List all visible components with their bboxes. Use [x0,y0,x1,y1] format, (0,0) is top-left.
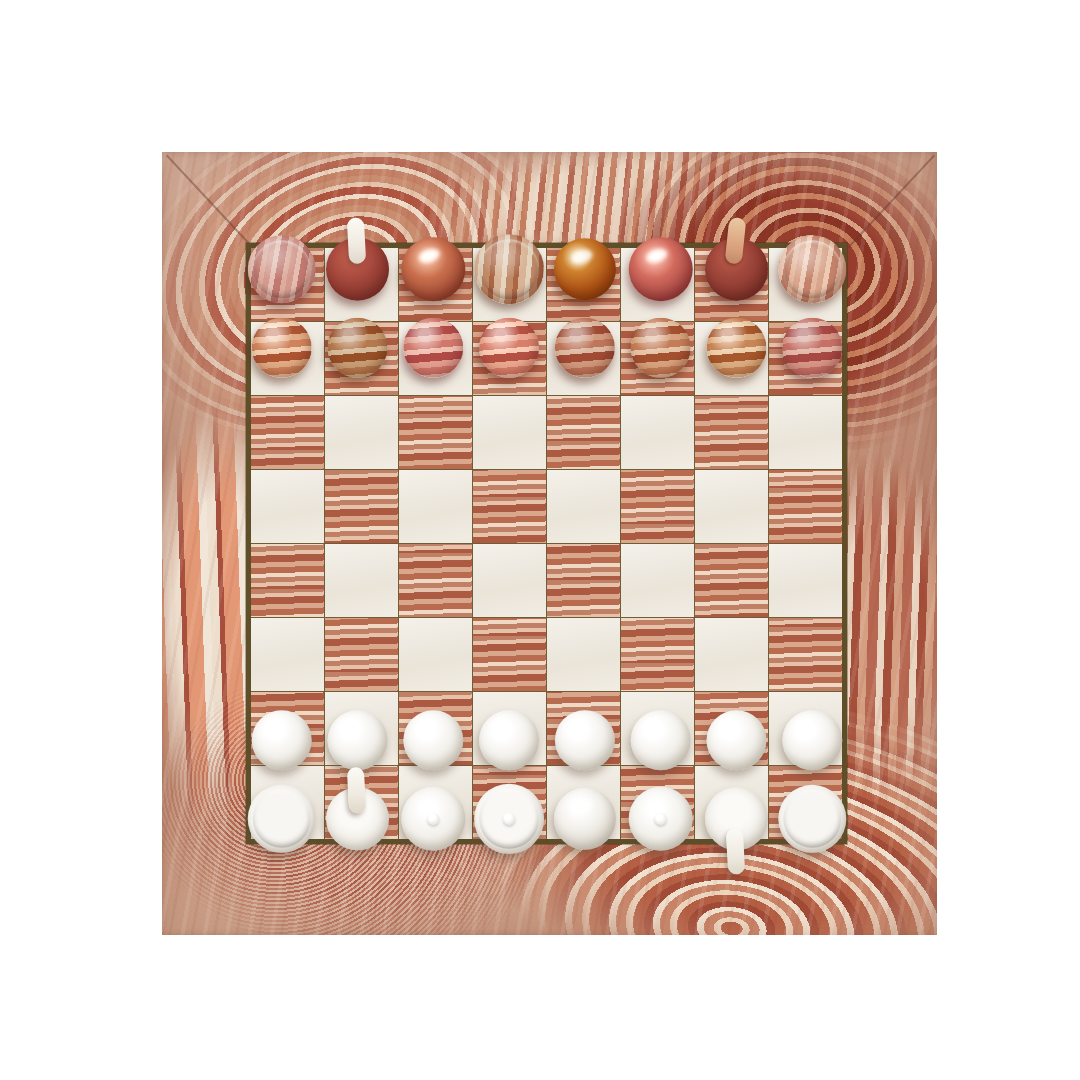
square-e3[interactable] [547,618,620,691]
square-h4[interactable] [769,544,842,617]
square-b8[interactable] [325,248,398,321]
square-a5[interactable] [251,470,324,543]
piece-gloss [569,797,594,816]
piece-knight-head [726,827,745,874]
square-c3[interactable] [399,618,472,691]
piece-knight-head [347,217,366,264]
square-f4[interactable] [621,544,694,617]
piece-gloss [417,246,442,265]
square-g8[interactable] [695,248,768,321]
piece-red-knight-g8[interactable] [705,237,768,300]
square-d1[interactable] [473,766,546,839]
piece-ring [479,239,539,299]
square-c4[interactable] [399,544,472,617]
piece-white-pawn-g2[interactable] [706,710,766,770]
piece-gloss [645,246,670,265]
square-d5[interactable] [473,470,546,543]
piece-red-pawn-g7[interactable] [706,317,766,377]
piece-white-pawn-b2[interactable] [327,710,387,770]
square-h3[interactable] [769,618,842,691]
piece-tip [427,812,439,824]
square-c1[interactable] [399,766,472,839]
square-b4[interactable] [325,544,398,617]
square-d8[interactable] [473,248,546,321]
square-b5[interactable] [325,470,398,543]
miter-seam [848,155,935,249]
piece-white-bishop-c1[interactable] [401,786,465,850]
square-f2[interactable] [621,692,694,765]
square-c7[interactable] [399,322,472,395]
piece-white-rook-h1[interactable] [778,784,846,852]
square-e7[interactable] [547,322,620,395]
square-f6[interactable] [621,396,694,469]
piece-white-pawn-f2[interactable] [630,710,690,770]
square-d7[interactable] [473,322,546,395]
piece-white-knight-g1[interactable] [705,787,768,850]
square-a8[interactable] [251,248,324,321]
piece-red-pawn-f7[interactable] [630,317,690,377]
square-a4[interactable] [251,544,324,617]
piece-red-pawn-e7[interactable] [554,317,614,377]
square-e6[interactable] [547,396,620,469]
piece-red-pawn-c7[interactable] [403,317,463,377]
square-c5[interactable] [399,470,472,543]
square-b2[interactable] [325,692,398,765]
square-a7[interactable] [251,322,324,395]
piece-red-pawn-h7[interactable] [782,317,842,377]
square-b3[interactable] [325,618,398,691]
piece-white-knight-b1[interactable] [326,787,389,850]
piece-red-rook-a8[interactable] [247,235,315,303]
piece-tip [503,812,515,824]
piece-red-pawn-a7[interactable] [251,317,311,377]
square-g5[interactable] [695,470,768,543]
square-c2[interactable] [399,692,472,765]
piece-tip [654,812,666,824]
square-a6[interactable] [251,396,324,469]
square-b6[interactable] [325,396,398,469]
square-h8[interactable] [769,248,842,321]
piece-knight-head [347,766,366,813]
square-d4[interactable] [473,544,546,617]
square-g3[interactable] [695,618,768,691]
piece-red-pawn-b7[interactable] [327,317,387,377]
piece-ring [783,240,841,298]
square-a2[interactable] [251,692,324,765]
piece-red-knight-b8[interactable] [326,237,389,300]
square-c8[interactable] [399,248,472,321]
square-e4[interactable] [547,544,620,617]
piece-white-pawn-h2[interactable] [782,710,842,770]
piece-red-king-e8[interactable] [553,238,615,300]
square-f3[interactable] [621,618,694,691]
board-border [246,243,847,844]
piece-white-pawn-d2[interactable] [479,710,539,770]
square-d3[interactable] [473,618,546,691]
square-f8[interactable] [621,248,694,321]
piece-white-queen-d1[interactable] [474,783,544,853]
piece-gloss [569,247,594,266]
square-c6[interactable] [399,396,472,469]
piece-white-rook-a1[interactable] [247,784,315,852]
square-d6[interactable] [473,396,546,469]
piece-white-pawn-a2[interactable] [251,710,311,770]
square-a1[interactable] [251,766,324,839]
piece-red-queen-d8[interactable] [474,234,544,304]
square-f5[interactable] [621,470,694,543]
square-e5[interactable] [547,470,620,543]
square-g4[interactable] [695,544,768,617]
piece-white-bishop-f1[interactable] [628,786,692,850]
piece-red-bishop-f8[interactable] [628,237,692,301]
square-b7[interactable] [325,322,398,395]
square-h2[interactable] [769,692,842,765]
piece-ring [252,240,310,298]
piece-red-pawn-d7[interactable] [479,317,539,377]
piece-knight-head [725,216,747,264]
onyx-frame [162,152,937,935]
square-e1[interactable] [547,766,620,839]
square-d2[interactable] [473,692,546,765]
chess-board [251,248,842,839]
piece-white-king-e1[interactable] [553,787,615,849]
piece-ring [783,789,841,847]
square-g2[interactable] [695,692,768,765]
piece-white-pawn-e2[interactable] [554,710,614,770]
square-h5[interactable] [769,470,842,543]
square-e2[interactable] [547,692,620,765]
piece-white-pawn-c2[interactable] [403,710,463,770]
square-e8[interactable] [547,248,620,321]
square-g7[interactable] [695,322,768,395]
piece-red-bishop-c8[interactable] [401,237,465,301]
piece-red-rook-h8[interactable] [778,235,846,303]
square-g6[interactable] [695,396,768,469]
square-b1[interactable] [325,766,398,839]
square-h7[interactable] [769,322,842,395]
piece-ring [252,789,310,847]
square-h1[interactable] [769,766,842,839]
miter-seam [166,155,253,249]
photo-background [0,0,1080,1080]
square-f7[interactable] [621,322,694,395]
square-a3[interactable] [251,618,324,691]
square-f1[interactable] [621,766,694,839]
square-g1[interactable] [695,766,768,839]
square-h6[interactable] [769,396,842,469]
